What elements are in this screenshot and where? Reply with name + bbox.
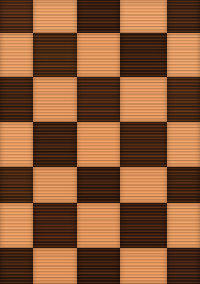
checkerboard: [0, 0, 200, 284]
board-square[interactable]: [120, 248, 167, 284]
board-square[interactable]: [77, 248, 120, 284]
board-square[interactable]: [33, 33, 77, 77]
board-square[interactable]: [167, 33, 200, 77]
board-square[interactable]: [167, 248, 200, 284]
board-square[interactable]: [0, 203, 33, 248]
board-square[interactable]: [167, 122, 200, 167]
board-square[interactable]: [120, 167, 167, 203]
board-square[interactable]: [33, 248, 77, 284]
board-square[interactable]: [167, 77, 200, 122]
board-square[interactable]: [0, 0, 33, 33]
board-square[interactable]: [120, 77, 167, 122]
board-square[interactable]: [120, 33, 167, 77]
board-square[interactable]: [0, 33, 33, 77]
board-square[interactable]: [0, 122, 33, 167]
board-square[interactable]: [77, 33, 120, 77]
board-square[interactable]: [0, 77, 33, 122]
board-square[interactable]: [33, 167, 77, 203]
board-square[interactable]: [77, 0, 120, 33]
board-square[interactable]: [77, 122, 120, 167]
board-square[interactable]: [77, 167, 120, 203]
board-square[interactable]: [120, 203, 167, 248]
board-square[interactable]: [120, 0, 167, 33]
board-square[interactable]: [77, 77, 120, 122]
board-square[interactable]: [167, 203, 200, 248]
board-square[interactable]: [33, 203, 77, 248]
board-square[interactable]: [120, 122, 167, 167]
board-square[interactable]: [77, 203, 120, 248]
board-square[interactable]: [0, 167, 33, 203]
board-square[interactable]: [167, 0, 200, 33]
board-square[interactable]: [33, 122, 77, 167]
board-square[interactable]: [33, 77, 77, 122]
board-square[interactable]: [0, 248, 33, 284]
board-square[interactable]: [33, 0, 77, 33]
board-square[interactable]: [167, 167, 200, 203]
